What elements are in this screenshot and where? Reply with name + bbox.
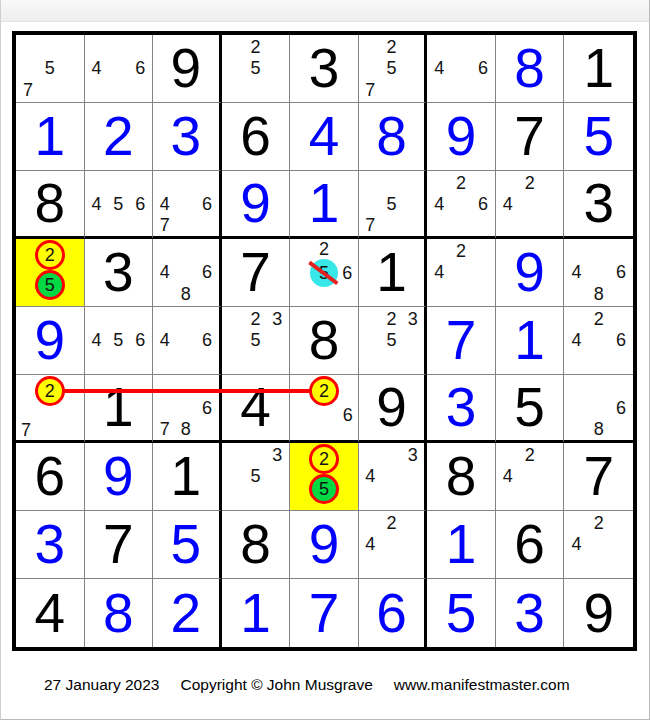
- candidate-7: 7: [21, 421, 31, 439]
- digit-9: 9: [103, 449, 134, 504]
- cell-r8c8[interactable]: 6: [496, 511, 565, 579]
- candidate-grid: 468: [565, 240, 632, 305]
- digit-1: 1: [514, 313, 545, 368]
- candidate-6: 6: [135, 59, 145, 77]
- cell-r6c7[interactable]: 3: [427, 375, 496, 443]
- candidate-5: 5: [387, 331, 397, 349]
- candidate-4: 4: [434, 195, 444, 213]
- candidate-4: 4: [365, 535, 375, 553]
- digit-1: 1: [583, 41, 614, 96]
- candidate-6: 6: [202, 263, 212, 281]
- digit-7: 7: [240, 245, 271, 300]
- cell-r3c5[interactable]: 1: [290, 171, 359, 239]
- digit-8: 8: [309, 313, 340, 368]
- cell-r7c3[interactable]: 1: [153, 443, 222, 511]
- digit-3: 3: [34, 517, 65, 572]
- footer-date: 27 January 2023: [44, 676, 159, 694]
- candidate-5: 5: [387, 195, 397, 213]
- candidate-2: 2: [594, 514, 604, 532]
- candidate-2: 2: [456, 174, 466, 192]
- candidate-5: 5: [113, 331, 123, 349]
- candidate-grid: 456: [86, 308, 152, 373]
- candidate-4: 4: [91, 195, 101, 213]
- candidate-grid: 678: [154, 376, 218, 439]
- cell-r9c9[interactable]: 9: [564, 579, 633, 647]
- cell-r7c7[interactable]: 8: [427, 443, 496, 511]
- cell-r6c6[interactable]: 9: [359, 375, 428, 443]
- candidate-8: 8: [181, 285, 191, 303]
- candidate-3: 3: [408, 310, 418, 328]
- digit-9: 9: [514, 245, 545, 300]
- digit-7: 7: [583, 449, 614, 504]
- candidate-grid: 257: [360, 36, 424, 101]
- candidate-4: 4: [572, 535, 582, 553]
- digit-1: 1: [34, 109, 65, 164]
- cell-r7c5[interactable]: 25: [290, 443, 359, 511]
- candidate-3: 3: [272, 446, 282, 464]
- cell-r2c8[interactable]: 7: [496, 103, 565, 171]
- candidate-grid: 24: [497, 172, 563, 235]
- digit-3: 3: [514, 586, 545, 641]
- cell-r9c3[interactable]: 2: [153, 579, 222, 647]
- candidate-7: 7: [23, 81, 33, 99]
- cell-r2c3[interactable]: 3: [153, 103, 222, 171]
- digit-6: 6: [514, 517, 545, 572]
- cell-r4c4[interactable]: 7: [222, 239, 291, 307]
- candidate-2-marked: 2: [309, 444, 339, 474]
- cell-r2c4[interactable]: 6: [222, 103, 291, 171]
- digit-1: 1: [376, 245, 407, 300]
- candidate-4: 4: [160, 263, 170, 281]
- footer-copyright: Copyright © John Musgrave: [180, 676, 372, 694]
- cell-r8c9[interactable]: 24: [564, 511, 633, 579]
- digit-9: 9: [240, 176, 271, 231]
- candidate-6: 6: [135, 331, 145, 349]
- candidate-2: 2: [525, 174, 535, 192]
- candidate-5: 5: [113, 195, 123, 213]
- cell-r4c1[interactable]: 25: [16, 239, 85, 307]
- candidate-grid: 24: [565, 512, 632, 577]
- digit-2: 2: [171, 586, 202, 641]
- digit-8: 8: [514, 41, 545, 96]
- candidate-2-marked: 2: [35, 240, 65, 270]
- cell-r8c3[interactable]: 5: [153, 511, 222, 579]
- digit-3: 3: [309, 41, 340, 96]
- candidate-grid: 46: [86, 36, 152, 101]
- candidate-6: 6: [202, 331, 212, 349]
- candidate-7: 7: [160, 420, 170, 438]
- candidate-5-marked: 5: [35, 270, 65, 300]
- cell-r3c9[interactable]: 3: [564, 171, 633, 239]
- candidate-5-marked: 5: [310, 259, 338, 287]
- cell-r6c4[interactable]: 4: [222, 375, 291, 443]
- candidate-grid: 68: [565, 376, 632, 439]
- sudoku-board: 5746925325746811236489758456467915724624…: [12, 31, 637, 651]
- cell-r7c1[interactable]: 6: [16, 443, 85, 511]
- cell-r5c8[interactable]: 1: [496, 307, 565, 375]
- candidate-grid: 46: [154, 308, 218, 373]
- candidate-grid: 246: [428, 172, 494, 235]
- candidate-grid: 34: [360, 444, 424, 509]
- cell-r2c1[interactable]: 1: [16, 103, 85, 171]
- digit-9: 9: [309, 517, 340, 572]
- cell-r4c8[interactable]: 9: [496, 239, 565, 307]
- candidate-6: 6: [478, 59, 488, 77]
- candidate-5: 5: [250, 331, 260, 349]
- cell-r2c2[interactable]: 2: [85, 103, 154, 171]
- candidate-6: 6: [616, 263, 626, 281]
- cell-r4c5[interactable]: 256: [290, 239, 359, 307]
- candidate-grid: 25: [17, 240, 83, 305]
- digit-7: 7: [514, 109, 545, 164]
- cell-r7c9[interactable]: 7: [564, 443, 633, 511]
- candidate-4: 4: [434, 263, 444, 281]
- digit-8: 8: [34, 176, 65, 231]
- candidate-2-marked: 2: [35, 376, 65, 406]
- cell-r6c8[interactable]: 5: [496, 375, 565, 443]
- candidate-6: 6: [135, 195, 145, 213]
- candidate-5: 5: [45, 59, 55, 77]
- cell-r1c2[interactable]: 46: [85, 35, 154, 103]
- digit-8: 8: [240, 517, 271, 572]
- digit-9: 9: [34, 313, 65, 368]
- cell-r5c5[interactable]: 8: [290, 307, 359, 375]
- digit-5: 5: [171, 517, 202, 572]
- cell-r3c4[interactable]: 9: [222, 171, 291, 239]
- candidate-grid: 35: [223, 444, 289, 509]
- cell-r4c2[interactable]: 3: [85, 239, 154, 307]
- cell-r9c4[interactable]: 1: [222, 579, 291, 647]
- cell-r5c3[interactable]: 46: [153, 307, 222, 375]
- candidate-grid: 25: [223, 36, 289, 101]
- digit-8: 8: [446, 449, 477, 504]
- candidate-grid: 26: [291, 376, 357, 439]
- cell-r2c7[interactable]: 9: [427, 103, 496, 171]
- cell-r7c8[interactable]: 24: [496, 443, 565, 511]
- cell-r9c6[interactable]: 6: [359, 579, 428, 647]
- digit-9: 9: [583, 586, 614, 641]
- candidate-2: 2: [387, 514, 397, 532]
- cell-r4c7[interactable]: 24: [427, 239, 496, 307]
- digit-8: 8: [103, 586, 134, 641]
- digit-3: 3: [171, 109, 202, 164]
- digit-7: 7: [446, 313, 477, 368]
- candidate-5: 5: [250, 467, 260, 485]
- cell-r4c6[interactable]: 1: [359, 239, 428, 307]
- digit-3: 3: [103, 245, 134, 300]
- candidate-4: 4: [91, 59, 101, 77]
- cell-r5c7[interactable]: 7: [427, 307, 496, 375]
- cell-r7c2[interactable]: 9: [85, 443, 154, 511]
- cell-r8c6[interactable]: 24: [359, 511, 428, 579]
- candidate-4: 4: [91, 331, 101, 349]
- candidate-grid: 468: [154, 240, 218, 305]
- cell-r2c6[interactable]: 8: [359, 103, 428, 171]
- cell-r9c5[interactable]: 7: [290, 579, 359, 647]
- digit-6: 6: [240, 109, 271, 164]
- cell-r4c3[interactable]: 468: [153, 239, 222, 307]
- candidate-8: 8: [594, 285, 604, 303]
- digit-6: 6: [376, 586, 407, 641]
- cell-r8c4[interactable]: 8: [222, 511, 291, 579]
- cell-r8c5[interactable]: 9: [290, 511, 359, 579]
- candidate-2: 2: [250, 310, 260, 328]
- cell-r1c5[interactable]: 3: [290, 35, 359, 103]
- digit-5: 5: [583, 109, 614, 164]
- candidate-4: 4: [503, 195, 513, 213]
- candidate-2: 2: [456, 242, 466, 260]
- candidate-7: 7: [365, 216, 375, 234]
- cell-r9c1[interactable]: 4: [16, 579, 85, 647]
- cell-r1c7[interactable]: 46: [427, 35, 496, 103]
- candidate-6: 6: [342, 264, 352, 282]
- digit-9: 9: [446, 109, 477, 164]
- candidate-grid: 27: [17, 376, 83, 439]
- digit-8: 8: [376, 109, 407, 164]
- candidate-3: 3: [408, 446, 418, 464]
- cell-r9c2[interactable]: 8: [85, 579, 154, 647]
- candidate-6: 6: [478, 195, 488, 213]
- candidate-grid: 456: [86, 172, 152, 235]
- candidate-2: 2: [387, 310, 397, 328]
- digit-7: 7: [309, 586, 340, 641]
- candidate-7: 7: [365, 81, 375, 99]
- cell-r2c9[interactable]: 5: [564, 103, 633, 171]
- candidate-2-marked: 2: [309, 376, 339, 406]
- cell-r9c7[interactable]: 5: [427, 579, 496, 647]
- candidate-6: 6: [202, 399, 212, 417]
- candidate-6: 6: [616, 399, 626, 417]
- cell-r5c1[interactable]: 9: [16, 307, 85, 375]
- cell-r4c9[interactable]: 468: [564, 239, 633, 307]
- cell-r5c4[interactable]: 235: [222, 307, 291, 375]
- digit-3: 3: [583, 176, 614, 231]
- candidate-grid: 24: [497, 444, 563, 509]
- candidate-8: 8: [594, 420, 604, 438]
- cell-r7c6[interactable]: 34: [359, 443, 428, 511]
- candidate-grid: 235: [223, 308, 289, 373]
- candidate-6: 6: [202, 195, 212, 213]
- chain-link-line: [50, 389, 324, 393]
- cell-r1c1[interactable]: 57: [16, 35, 85, 103]
- footer: 27 January 2023 Copyright © John Musgrav…: [44, 676, 570, 694]
- candidate-4: 4: [572, 331, 582, 349]
- candidate-7: 7: [160, 216, 170, 234]
- cell-r2c5[interactable]: 4: [290, 103, 359, 171]
- candidate-6: 6: [616, 331, 626, 349]
- cell-r3c6[interactable]: 57: [359, 171, 428, 239]
- digit-4: 4: [309, 109, 340, 164]
- page: 5746925325746811236489758456467915724624…: [0, 0, 650, 720]
- candidate-grid: 24: [360, 512, 424, 577]
- candidate-2: 2: [525, 446, 535, 464]
- digit-9: 9: [171, 41, 202, 96]
- cell-r1c8[interactable]: 8: [496, 35, 565, 103]
- cell-r6c5[interactable]: 26: [290, 375, 359, 443]
- digit-5: 5: [446, 586, 477, 641]
- digit-7: 7: [103, 517, 134, 572]
- cell-r6c9[interactable]: 68: [564, 375, 633, 443]
- digit-6: 6: [34, 449, 65, 504]
- cell-r3c3[interactable]: 467: [153, 171, 222, 239]
- cell-r8c1[interactable]: 3: [16, 511, 85, 579]
- cell-r8c2[interactable]: 7: [85, 511, 154, 579]
- candidate-grid: 256: [291, 240, 357, 305]
- candidate-4: 4: [503, 467, 513, 485]
- candidate-5: 5: [387, 59, 397, 77]
- candidate-2: 2: [319, 240, 329, 258]
- cell-r1c3[interactable]: 9: [153, 35, 222, 103]
- digit-3: 3: [446, 380, 477, 435]
- cell-r3c8[interactable]: 24: [496, 171, 565, 239]
- cell-r9c8[interactable]: 3: [496, 579, 565, 647]
- candidate-4: 4: [160, 331, 170, 349]
- candidate-grid: 246: [565, 308, 632, 373]
- cell-r8c7[interactable]: 1: [427, 511, 496, 579]
- cell-r3c7[interactable]: 246: [427, 171, 496, 239]
- cell-r5c9[interactable]: 246: [564, 307, 633, 375]
- footer-website[interactable]: www.manifestmaster.com: [394, 676, 570, 694]
- candidate-5: 5: [250, 59, 260, 77]
- candidate-4: 4: [365, 467, 375, 485]
- cell-r5c2[interactable]: 456: [85, 307, 154, 375]
- candidate-grid: 57: [360, 172, 424, 235]
- digit-2: 2: [103, 109, 134, 164]
- candidate-grid: 57: [17, 36, 83, 101]
- digit-5: 5: [514, 380, 545, 435]
- cell-r6c2[interactable]: 1: [85, 375, 154, 443]
- cell-r1c6[interactable]: 257: [359, 35, 428, 103]
- title-bar: [1, 0, 649, 22]
- digit-1: 1: [309, 176, 340, 231]
- digit-1: 1: [171, 449, 202, 504]
- candidate-6: 6: [343, 406, 353, 424]
- digit-1: 1: [446, 517, 477, 572]
- cell-r7c4[interactable]: 35: [222, 443, 291, 511]
- candidate-grid: 46: [428, 36, 494, 101]
- candidate-grid: 235: [360, 308, 424, 373]
- cell-r5c6[interactable]: 235: [359, 307, 428, 375]
- digit-1: 1: [240, 586, 271, 641]
- digit-4: 4: [34, 586, 65, 641]
- candidate-8: 8: [181, 420, 191, 438]
- cell-r3c2[interactable]: 456: [85, 171, 154, 239]
- cell-r3c1[interactable]: 8: [16, 171, 85, 239]
- candidate-5-marked: 5: [309, 474, 339, 504]
- candidate-2: 2: [594, 310, 604, 328]
- cell-r6c3[interactable]: 678: [153, 375, 222, 443]
- candidate-3: 3: [272, 310, 282, 328]
- digit-9: 9: [376, 380, 407, 435]
- candidate-grid: 24: [428, 240, 494, 305]
- candidate-4: 4: [434, 59, 444, 77]
- candidate-2: 2: [250, 38, 260, 56]
- candidate-4: 4: [160, 195, 170, 213]
- cell-r1c9[interactable]: 1: [564, 35, 633, 103]
- cell-r1c4[interactable]: 25: [222, 35, 291, 103]
- cell-r6c1[interactable]: 27: [16, 375, 85, 443]
- candidate-grid: 467: [154, 172, 218, 235]
- candidate-4: 4: [572, 263, 582, 281]
- candidate-grid: 25: [291, 444, 357, 509]
- candidate-2: 2: [387, 38, 397, 56]
